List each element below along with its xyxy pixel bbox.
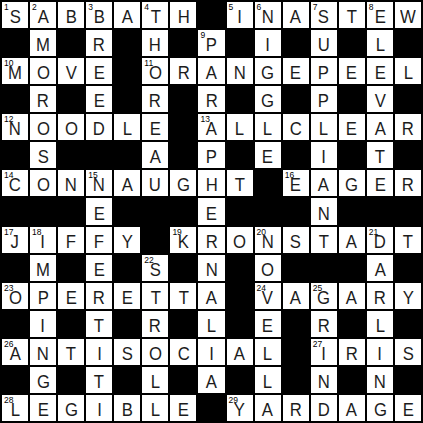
cell-r10c8[interactable]: N: [198, 255, 224, 281]
cell-r5c9[interactable]: L: [227, 114, 253, 140]
black-cell-r6c7: [170, 142, 196, 168]
cell-r11c10[interactable]: 24V: [255, 283, 281, 309]
cell-r15c12[interactable]: D: [311, 395, 337, 421]
cell-r13c8[interactable]: I: [198, 339, 224, 365]
letter-r11c12: G: [317, 288, 330, 309]
clue-number-8: 8: [369, 3, 374, 12]
black-cell-r6c3: [58, 142, 84, 168]
letter-r8c4: E: [94, 204, 105, 225]
cell-r3c13[interactable]: E: [339, 58, 365, 84]
letter-r6c10: E: [262, 147, 273, 168]
letter-r9c13: A: [346, 232, 357, 253]
black-cell-r14c13: [339, 367, 365, 393]
cell-r7c13[interactable]: G: [339, 170, 365, 196]
cell-r15c6[interactable]: L: [142, 395, 168, 421]
letter-r5c4: D: [93, 119, 105, 140]
letter-r15c9: Y: [234, 400, 245, 421]
letter-r5c15: R: [402, 119, 414, 140]
cell-r1c10[interactable]: 6N: [255, 2, 281, 28]
cell-r2c8[interactable]: 9P: [198, 30, 224, 56]
letter-r14c12: N: [318, 372, 330, 393]
cell-r8c4[interactable]: E: [86, 198, 112, 224]
letter-r1c13: T: [347, 7, 357, 28]
letter-r3c2: O: [37, 63, 50, 84]
cell-r3c8[interactable]: A: [198, 58, 224, 84]
cell-r5c14[interactable]: A: [367, 114, 393, 140]
cell-r3c14[interactable]: E: [367, 58, 393, 84]
cell-r9c1[interactable]: 17J: [2, 227, 28, 253]
black-cell-r7c10: [255, 170, 281, 196]
letter-r1c4: B: [94, 7, 105, 28]
letter-r7c14: E: [374, 175, 385, 196]
cell-r3c6[interactable]: 11O: [142, 58, 168, 84]
cell-r2c10[interactable]: I: [255, 30, 281, 56]
letter-r15c15: E: [402, 400, 413, 421]
letter-r7c15: R: [402, 175, 414, 196]
cell-r4c8[interactable]: R: [198, 86, 224, 112]
black-cell-r5c7: [170, 114, 196, 140]
cell-r13c4[interactable]: I: [86, 339, 112, 365]
cell-r9c3[interactable]: F: [58, 227, 84, 253]
cell-r14c10[interactable]: L: [255, 367, 281, 393]
cell-r11c7[interactable]: T: [170, 283, 196, 309]
letter-r13c8: I: [209, 344, 214, 365]
cell-r11c5[interactable]: E: [114, 283, 140, 309]
letter-r7c12: A: [318, 175, 329, 196]
letter-r3c6: O: [149, 63, 162, 84]
cell-r9c9[interactable]: O: [227, 227, 253, 253]
black-cell-r13c11: [283, 339, 309, 365]
cell-r9c14[interactable]: 21D: [367, 227, 393, 253]
cell-r3c10[interactable]: G: [255, 58, 281, 84]
cell-r11c2[interactable]: P: [30, 283, 56, 309]
letter-r13c1: A: [9, 344, 20, 365]
cell-r7c8[interactable]: H: [198, 170, 224, 196]
letter-r4c10: G: [261, 91, 274, 112]
cell-r6c8[interactable]: P: [198, 142, 224, 168]
letter-r13c5: S: [122, 344, 133, 365]
cell-r5c4[interactable]: D: [86, 114, 112, 140]
black-cell-r4c1: [2, 86, 28, 112]
letter-r1c6: T: [150, 7, 160, 28]
black-cell-r6c11: [283, 142, 309, 168]
cell-r8c12[interactable]: N: [311, 198, 337, 224]
letter-r3c10: G: [261, 63, 274, 84]
cell-r15c3[interactable]: G: [58, 395, 84, 421]
letter-r3c14: E: [374, 63, 385, 84]
letter-r4c8: R: [205, 91, 217, 112]
cell-r9c11[interactable]: S: [283, 227, 309, 253]
letter-r9c15: T: [403, 232, 413, 253]
letter-r13c3: T: [66, 344, 76, 365]
cell-r6c14[interactable]: T: [367, 142, 393, 168]
black-cell-r2c15: [395, 30, 421, 56]
letter-r5c11: C: [290, 119, 302, 140]
letter-r9c10: N: [262, 232, 274, 253]
cell-r1c13[interactable]: T: [339, 2, 365, 28]
letter-r9c5: Y: [122, 232, 133, 253]
cell-r14c6[interactable]: L: [142, 367, 168, 393]
cell-r1c14[interactable]: 8E: [367, 2, 393, 28]
letter-r1c7: H: [177, 7, 189, 28]
letter-r14c6: L: [151, 372, 160, 393]
crossword-grid: 1S2AB3BA4TH5I6NA7ST8EWMRH9PIUL10MOVE11OR…: [0, 0, 423, 423]
black-cell-r12c1: [2, 311, 28, 337]
cell-r13c5[interactable]: S: [114, 339, 140, 365]
letter-r10c14: A: [374, 260, 385, 281]
letter-r3c13: E: [346, 63, 357, 84]
cell-r7c5[interactable]: A: [114, 170, 140, 196]
letter-r7c6: U: [149, 175, 161, 196]
cell-r5c8[interactable]: 13A: [198, 114, 224, 140]
letter-r1c11: A: [290, 7, 301, 28]
black-cell-r4c11: [283, 86, 309, 112]
letter-r1c10: N: [262, 7, 274, 28]
letter-r12c8: L: [207, 316, 216, 337]
cell-r14c4[interactable]: T: [86, 367, 112, 393]
cell-r12c4[interactable]: T: [86, 311, 112, 337]
letter-r7c9: T: [234, 175, 244, 196]
letter-r13c6: O: [149, 344, 162, 365]
letter-r13c9: A: [234, 344, 245, 365]
cell-r3c9[interactable]: N: [227, 58, 253, 84]
cell-r1c9[interactable]: 5I: [227, 2, 253, 28]
letter-r2c14: L: [375, 35, 384, 56]
black-cell-r8c1: [2, 198, 28, 224]
black-cell-r10c3: [58, 255, 84, 281]
cell-r7c11[interactable]: 16E: [283, 170, 309, 196]
cell-r3c15[interactable]: L: [395, 58, 421, 84]
letter-r12c10: E: [262, 316, 273, 337]
letter-r15c7: E: [178, 400, 189, 421]
cell-r7c6[interactable]: U: [142, 170, 168, 196]
cell-r9c15[interactable]: T: [395, 227, 421, 253]
cell-r5c12[interactable]: L: [311, 114, 337, 140]
cell-r3c1[interactable]: 10M: [2, 58, 28, 84]
cell-r7c14[interactable]: E: [367, 170, 393, 196]
cell-r15c11[interactable]: R: [283, 395, 309, 421]
cell-r15c10[interactable]: A: [255, 395, 281, 421]
letter-r12c6: R: [149, 316, 161, 337]
cell-r1c15[interactable]: W: [395, 2, 421, 28]
cell-r2c12[interactable]: U: [311, 30, 337, 56]
cell-r13c14[interactable]: I: [367, 339, 393, 365]
letter-r11c3: E: [66, 288, 77, 309]
cell-r7c1[interactable]: 14C: [2, 170, 28, 196]
cell-r7c2[interactable]: O: [30, 170, 56, 196]
cell-r4c12[interactable]: P: [311, 86, 337, 112]
cell-r7c4[interactable]: 15N: [86, 170, 112, 196]
cell-r6c2[interactable]: S: [30, 142, 56, 168]
letter-r5c6: E: [150, 119, 161, 140]
cell-r6c10[interactable]: E: [255, 142, 281, 168]
black-cell-r8c13: [339, 198, 365, 224]
letter-r3c4: E: [94, 63, 105, 84]
cell-r12c2[interactable]: I: [30, 311, 56, 337]
black-cell-r4c15: [395, 86, 421, 112]
cell-r10c14[interactable]: A: [367, 255, 393, 281]
cell-r15c13[interactable]: A: [339, 395, 365, 421]
clue-number-9: 9: [200, 31, 205, 40]
cell-r4c14[interactable]: V: [367, 86, 393, 112]
cell-r15c14[interactable]: G: [367, 395, 393, 421]
black-cell-r12c9: [227, 311, 253, 337]
letter-r15c14: G: [373, 400, 386, 421]
black-cell-r4c9: [227, 86, 253, 112]
black-cell-r8c15: [395, 198, 421, 224]
cell-r10c2[interactable]: M: [30, 255, 56, 281]
clue-number-5: 5: [229, 3, 234, 12]
cell-r13c6[interactable]: O: [142, 339, 168, 365]
cell-r12c10[interactable]: E: [255, 311, 281, 337]
letter-r10c8: N: [205, 260, 217, 281]
cell-r13c12[interactable]: 27I: [311, 339, 337, 365]
cell-r4c6[interactable]: R: [142, 86, 168, 112]
cell-r9c10[interactable]: 20N: [255, 227, 281, 253]
black-cell-r12c11: [283, 311, 309, 337]
letter-r14c14: N: [374, 372, 386, 393]
cell-r9c8[interactable]: R: [198, 227, 224, 253]
cell-r4c10[interactable]: G: [255, 86, 281, 112]
cell-r13c13[interactable]: R: [339, 339, 365, 365]
cell-r6c6[interactable]: A: [142, 142, 168, 168]
black-cell-r8c3: [58, 198, 84, 224]
cell-r15c4[interactable]: I: [86, 395, 112, 421]
cell-r3c11[interactable]: E: [283, 58, 309, 84]
clue-number-2: 2: [32, 3, 37, 12]
cell-r5c6[interactable]: E: [142, 114, 168, 140]
black-cell-r12c3: [58, 311, 84, 337]
black-cell-r14c7: [170, 367, 196, 393]
letter-r2c8: P: [206, 35, 217, 56]
cell-r12c12[interactable]: R: [311, 311, 337, 337]
cell-r11c12[interactable]: 25G: [311, 283, 337, 309]
cell-r11c14[interactable]: R: [367, 283, 393, 309]
clue-number-7: 7: [313, 3, 318, 12]
letter-r6c6: A: [150, 147, 161, 168]
letter-r10c10: O: [261, 260, 274, 281]
black-cell-r4c5: [114, 86, 140, 112]
cell-r10c4[interactable]: E: [86, 255, 112, 281]
cell-r12c14[interactable]: L: [367, 311, 393, 337]
cell-r1c5[interactable]: A: [114, 2, 140, 28]
cell-r2c6[interactable]: H: [142, 30, 168, 56]
letter-r15c12: D: [318, 400, 330, 421]
cell-r14c14[interactable]: N: [367, 367, 393, 393]
cell-r9c2[interactable]: 18I: [30, 227, 56, 253]
letter-r15c3: G: [65, 400, 78, 421]
cell-r3c7[interactable]: R: [170, 58, 196, 84]
cell-r7c3[interactable]: N: [58, 170, 84, 196]
cell-r8c8[interactable]: E: [198, 198, 224, 224]
cell-r13c1[interactable]: 26A: [2, 339, 28, 365]
cell-r3c3[interactable]: V: [58, 58, 84, 84]
letter-r6c8: P: [206, 147, 217, 168]
letter-r12c2: I: [41, 316, 46, 337]
letter-r15c1: L: [10, 400, 19, 421]
cell-r13c10[interactable]: L: [255, 339, 281, 365]
black-cell-r4c7: [170, 86, 196, 112]
cell-r11c11[interactable]: A: [283, 283, 309, 309]
cell-r11c15[interactable]: Y: [395, 283, 421, 309]
black-cell-r10c15: [395, 255, 421, 281]
black-cell-r6c1: [2, 142, 28, 168]
cell-r3c4[interactable]: E: [86, 58, 112, 84]
letter-r2c12: U: [318, 35, 330, 56]
cell-r15c5[interactable]: B: [114, 395, 140, 421]
black-cell-r8c11: [283, 198, 309, 224]
cell-r1c2[interactable]: 2A: [30, 2, 56, 28]
cell-r4c2[interactable]: R: [30, 86, 56, 112]
letter-r2c6: H: [149, 35, 161, 56]
cell-r15c7[interactable]: E: [170, 395, 196, 421]
letter-r4c2: R: [37, 91, 49, 112]
cell-r15c9[interactable]: 29Y: [227, 395, 253, 421]
black-cell-r8c10: [255, 198, 281, 224]
letter-r12c14: L: [375, 316, 384, 337]
cell-r4c4[interactable]: E: [86, 86, 112, 112]
black-cell-r8c2: [30, 198, 56, 224]
cell-r5c5[interactable]: L: [114, 114, 140, 140]
cell-r14c2[interactable]: G: [30, 367, 56, 393]
black-cell-r2c9: [227, 30, 253, 56]
cell-r11c1[interactable]: 23O: [2, 283, 28, 309]
cell-r1c11[interactable]: A: [283, 2, 309, 28]
black-cell-r1c8: [198, 2, 224, 28]
cell-r7c7[interactable]: G: [170, 170, 196, 196]
letter-r11c5: E: [122, 288, 133, 309]
clue-number-4: 4: [144, 3, 149, 12]
cell-r11c6[interactable]: T: [142, 283, 168, 309]
black-cell-r10c7: [170, 255, 196, 281]
cell-r6c12[interactable]: I: [311, 142, 337, 168]
black-cell-r2c13: [339, 30, 365, 56]
black-cell-r2c11: [283, 30, 309, 56]
letter-r13c2: N: [37, 344, 49, 365]
letter-r7c7: G: [177, 175, 190, 196]
letter-r11c14: R: [374, 288, 386, 309]
black-cell-r12c5: [114, 311, 140, 337]
cell-r5c1[interactable]: 12N: [2, 114, 28, 140]
letter-r15c4: I: [97, 400, 102, 421]
cell-r13c2[interactable]: N: [30, 339, 56, 365]
letter-r13c12: I: [321, 344, 326, 365]
black-cell-r6c13: [339, 142, 365, 168]
cell-r1c4[interactable]: 3B: [86, 2, 112, 28]
letter-r3c8: A: [206, 63, 217, 84]
letter-r11c11: A: [290, 288, 301, 309]
cell-r15c2[interactable]: E: [30, 395, 56, 421]
cell-r11c4[interactable]: R: [86, 283, 112, 309]
cell-r13c9[interactable]: A: [227, 339, 253, 365]
black-cell-r2c7: [170, 30, 196, 56]
letter-r11c1: O: [9, 288, 22, 309]
letter-r5c3: O: [65, 119, 78, 140]
cell-r2c2[interactable]: M: [30, 30, 56, 56]
black-cell-r3c5: [114, 58, 140, 84]
letter-r9c3: F: [66, 232, 76, 253]
letter-r9c7: K: [178, 232, 189, 253]
black-cell-r12c7: [170, 311, 196, 337]
cell-r5c3[interactable]: O: [58, 114, 84, 140]
cell-r11c13[interactable]: A: [339, 283, 365, 309]
cell-r10c6[interactable]: 22S: [142, 255, 168, 281]
cell-r12c6[interactable]: R: [142, 311, 168, 337]
cell-r10c10[interactable]: O: [255, 255, 281, 281]
cell-r9c5[interactable]: Y: [114, 227, 140, 253]
cell-r5c15[interactable]: R: [395, 114, 421, 140]
letter-r12c12: R: [318, 316, 330, 337]
black-cell-r6c4: [86, 142, 112, 168]
letter-r1c9: I: [237, 7, 242, 28]
letter-r15c2: E: [38, 400, 49, 421]
cell-r9c12[interactable]: T: [311, 227, 337, 253]
cell-r7c15[interactable]: R: [395, 170, 421, 196]
cell-r5c11[interactable]: C: [283, 114, 309, 140]
cell-r11c3[interactable]: E: [58, 283, 84, 309]
letter-r15c11: R: [290, 400, 302, 421]
cell-r2c4[interactable]: R: [86, 30, 112, 56]
letter-r5c9: L: [235, 119, 244, 140]
cell-r1c7[interactable]: H: [170, 2, 196, 28]
cell-r15c1[interactable]: 28L: [2, 395, 28, 421]
letter-r7c2: O: [37, 175, 50, 196]
letter-r13c14: I: [378, 344, 383, 365]
cell-r5c2[interactable]: O: [30, 114, 56, 140]
cell-r9c4[interactable]: F: [86, 227, 112, 253]
cell-r14c8[interactable]: A: [198, 367, 224, 393]
cell-r1c3[interactable]: B: [58, 2, 84, 28]
cell-r7c9[interactable]: T: [227, 170, 253, 196]
cell-r3c2[interactable]: O: [30, 58, 56, 84]
cell-r1c6[interactable]: 4T: [142, 2, 168, 28]
cell-r13c3[interactable]: T: [58, 339, 84, 365]
cell-r1c1[interactable]: 1S: [2, 2, 28, 28]
black-cell-r9c6: [142, 227, 168, 253]
cell-r9c13[interactable]: A: [339, 227, 365, 253]
cell-r7c12[interactable]: A: [311, 170, 337, 196]
cell-r14c12[interactable]: N: [311, 367, 337, 393]
black-cell-r10c13: [339, 255, 365, 281]
black-cell-r8c7: [170, 198, 196, 224]
letter-r7c8: H: [205, 175, 217, 196]
cell-r13c15[interactable]: S: [395, 339, 421, 365]
letter-r6c14: T: [375, 147, 385, 168]
black-cell-r10c9: [227, 255, 253, 281]
cell-r5c13[interactable]: E: [339, 114, 365, 140]
cell-r9c7[interactable]: 19K: [170, 227, 196, 253]
cell-r11c8[interactable]: A: [198, 283, 224, 309]
cell-r15c15[interactable]: E: [395, 395, 421, 421]
black-cell-r8c9: [227, 198, 253, 224]
letter-r1c12: S: [318, 7, 329, 28]
cell-r13c7[interactable]: C: [170, 339, 196, 365]
cell-r2c14[interactable]: L: [367, 30, 393, 56]
letter-r11c2: P: [38, 288, 49, 309]
letter-r13c15: S: [402, 344, 413, 365]
black-cell-r12c13: [339, 311, 365, 337]
letter-r15c10: A: [262, 400, 273, 421]
black-cell-r10c12: [311, 255, 337, 281]
cell-r5c10[interactable]: L: [255, 114, 281, 140]
black-cell-r8c5: [114, 198, 140, 224]
black-cell-r4c3: [58, 86, 84, 112]
black-cell-r6c15: [395, 142, 421, 168]
cell-r12c8[interactable]: L: [198, 311, 224, 337]
cell-r3c12[interactable]: P: [311, 58, 337, 84]
cell-r1c12[interactable]: 7S: [311, 2, 337, 28]
black-cell-r10c1: [2, 255, 28, 281]
